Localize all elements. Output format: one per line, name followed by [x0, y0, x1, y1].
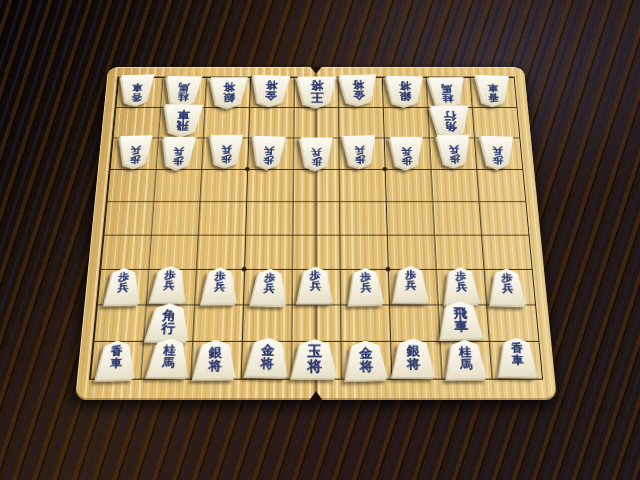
piece-silver-sente[interactable]: 銀将 [391, 338, 436, 377]
square-9b[interactable] [113, 107, 160, 138]
wooden-table: { "game": "shogi", "scene": "Folding tra… [0, 0, 640, 480]
square-4g[interactable]: 歩兵 [340, 269, 389, 304]
piece-kanji: 馬 [441, 84, 453, 94]
piece-kanji: 銀 [223, 93, 235, 104]
piece-kanji: 将 [407, 357, 421, 370]
square-9f[interactable] [100, 235, 150, 269]
square-6a[interactable]: 金将 [249, 77, 294, 107]
square-6b[interactable] [248, 107, 293, 138]
piece-kanji: 香 [132, 92, 143, 102]
piece-rook-sente[interactable]: 飛車 [438, 301, 484, 339]
square-8c[interactable]: 歩兵 [156, 138, 203, 169]
square-1i[interactable]: 香車 [489, 341, 542, 379]
piece-kanji: 行 [443, 110, 456, 121]
piece-pawn-sente[interactable]: 歩兵 [392, 266, 430, 302]
shogi-board: 香車桂馬銀将金将王将金将銀将桂馬香車飛車角行歩兵歩兵歩兵歩兵歩兵歩兵歩兵歩兵歩兵… [75, 67, 557, 400]
square-3f[interactable] [387, 235, 436, 269]
square-5b[interactable] [293, 107, 338, 138]
square-9c[interactable]: 歩兵 [110, 138, 158, 169]
square-6g[interactable]: 歩兵 [243, 269, 292, 304]
square-4i[interactable]: 金将 [341, 341, 392, 379]
piece-kanji: 車 [132, 83, 143, 92]
piece-lance-gote[interactable]: 香車 [119, 75, 156, 106]
piece-pawn-sente[interactable]: 歩兵 [251, 269, 288, 305]
piece-lance-sente[interactable]: 香車 [95, 341, 138, 380]
square-1c[interactable]: 歩兵 [474, 138, 522, 169]
piece-silver-gote[interactable]: 銀将 [209, 77, 249, 108]
piece-kanji: 車 [511, 354, 523, 366]
piece-pawn-gote[interactable]: 歩兵 [342, 135, 377, 167]
piece-lance-gote[interactable]: 香車 [474, 75, 511, 106]
square-3g[interactable]: 歩兵 [388, 269, 438, 304]
square-7h[interactable] [192, 305, 243, 342]
piece-pawn-sente[interactable]: 歩兵 [488, 269, 527, 305]
piece-pawn-gote[interactable]: 歩兵 [252, 136, 287, 168]
square-7g[interactable]: 歩兵 [194, 269, 244, 304]
square-1b[interactable] [472, 107, 519, 138]
square-2b[interactable]: 角行 [427, 107, 474, 138]
square-5f[interactable] [292, 235, 340, 269]
piece-kanji: 兵 [449, 144, 460, 153]
square-8e[interactable] [151, 201, 200, 234]
piece-pawn-sente[interactable]: 歩兵 [347, 268, 384, 304]
square-4d[interactable] [339, 169, 386, 201]
square-9g[interactable]: 歩兵 [97, 269, 148, 304]
square-4b[interactable] [338, 107, 384, 138]
piece-silver-sente[interactable]: 銀将 [193, 340, 238, 379]
piece-pawn-sente[interactable]: 歩兵 [150, 266, 188, 302]
piece-pawn-gote[interactable]: 歩兵 [117, 135, 154, 167]
square-2c[interactable]: 歩兵 [429, 138, 476, 169]
piece-pawn-gote[interactable]: 歩兵 [208, 135, 243, 167]
piece-kanji: 桂 [163, 344, 176, 356]
piece-kanji: 行 [161, 322, 176, 336]
square-8f[interactable] [148, 235, 198, 269]
square-1a[interactable]: 香車 [470, 77, 517, 107]
piece-kanji: 金 [353, 90, 365, 101]
piece-pawn-sente[interactable]: 歩兵 [442, 267, 481, 303]
square-9i[interactable]: 香車 [90, 341, 143, 379]
piece-lance-sente[interactable]: 香車 [496, 338, 539, 377]
piece-kanji: 将 [307, 360, 322, 375]
square-5e[interactable] [292, 201, 339, 234]
square-1e[interactable] [479, 201, 529, 234]
piece-kanji: 兵 [360, 283, 372, 294]
square-3e[interactable] [386, 201, 434, 234]
piece-kanji: 兵 [214, 282, 225, 293]
piece-kanji: 桂 [458, 345, 471, 357]
board-grid: 香車桂馬銀将金将王将金将銀将桂馬香車飛車角行歩兵歩兵歩兵歩兵歩兵歩兵歩兵歩兵歩兵… [89, 77, 543, 380]
piece-knight-gote[interactable]: 桂馬 [427, 77, 466, 108]
piece-kanji: 馬 [459, 357, 472, 369]
square-8h[interactable]: 角行 [143, 305, 194, 342]
piece-kanji: 銀 [399, 92, 411, 103]
piece-knight-sente[interactable]: 桂馬 [443, 340, 487, 379]
piece-kanji: 将 [260, 356, 274, 370]
piece-kanji: 兵 [118, 283, 130, 294]
piece-bishop-gote[interactable]: 角行 [430, 106, 472, 137]
square-1d[interactable] [476, 169, 525, 201]
square-5g[interactable]: 歩兵 [292, 269, 341, 304]
piece-pawn-gote[interactable]: 歩兵 [389, 137, 424, 169]
square-1h[interactable] [486, 305, 538, 342]
piece-pawn-gote[interactable]: 歩兵 [299, 137, 333, 169]
scene: 香車桂馬銀将金将王将金将銀将桂馬香車飛車角行歩兵歩兵歩兵歩兵歩兵歩兵歩兵歩兵歩兵… [0, 0, 640, 480]
square-2e[interactable] [432, 201, 481, 234]
piece-king-gote[interactable]: 王将 [296, 76, 338, 107]
square-9h[interactable] [94, 305, 146, 342]
piece-kanji: 将 [265, 81, 277, 92]
piece-pawn-sente[interactable]: 歩兵 [200, 267, 238, 303]
piece-kanji: 将 [360, 359, 374, 373]
piece-kanji: 兵 [406, 281, 417, 292]
square-1g[interactable]: 歩兵 [484, 269, 535, 304]
piece-kanji: 兵 [311, 147, 321, 156]
piece-kanji: 銀 [209, 345, 223, 358]
piece-gold-gote[interactable]: 金将 [251, 75, 291, 106]
piece-kanji: 車 [110, 357, 122, 369]
square-9e[interactable] [104, 201, 154, 234]
square-7b[interactable] [203, 107, 249, 138]
piece-kanji: 将 [223, 82, 235, 93]
square-3a[interactable]: 銀将 [382, 77, 427, 107]
square-6f[interactable] [244, 235, 292, 269]
piece-kanji: 将 [209, 358, 223, 371]
piece-kanji: 桂 [442, 94, 454, 104]
square-4a[interactable]: 金将 [338, 77, 383, 107]
square-3b[interactable] [383, 107, 429, 138]
square-9d[interactable] [107, 169, 156, 201]
piece-kanji: 兵 [173, 146, 184, 156]
piece-rook-gote[interactable]: 飛車 [162, 104, 204, 135]
square-2a[interactable]: 桂馬 [426, 77, 472, 107]
square-4e[interactable] [339, 201, 387, 234]
square-8a[interactable]: 桂馬 [160, 77, 206, 107]
piece-kanji: 将 [311, 79, 324, 91]
piece-kanji: 兵 [502, 283, 514, 294]
square-7d[interactable] [200, 169, 248, 201]
square-5c[interactable]: 歩兵 [293, 138, 339, 169]
square-8g[interactable]: 歩兵 [146, 269, 197, 304]
piece-kanji: 車 [487, 83, 498, 92]
piece-kanji: 兵 [163, 281, 175, 292]
piece-pawn-sente[interactable]: 歩兵 [104, 268, 143, 304]
piece-kanji: 将 [353, 80, 365, 91]
piece-kanji: 銀 [407, 344, 421, 357]
piece-kanji: 馬 [178, 83, 190, 93]
piece-kanji: 角 [444, 121, 457, 132]
square-3i[interactable]: 銀将 [390, 341, 441, 379]
piece-kanji: 兵 [354, 145, 365, 155]
piece-kanji: 兵 [264, 145, 275, 155]
square-3h[interactable] [389, 305, 440, 342]
piece-kanji: 兵 [264, 283, 275, 294]
square-6i[interactable]: 金将 [241, 341, 292, 379]
square-4c[interactable]: 歩兵 [339, 138, 385, 169]
square-8d[interactable] [153, 169, 201, 201]
square-7e[interactable] [198, 201, 246, 234]
square-5a[interactable]: 王将 [294, 77, 339, 107]
piece-kanji: 香 [488, 92, 499, 102]
piece-knight-sente[interactable]: 桂馬 [146, 338, 190, 377]
piece-kanji: 王 [311, 91, 324, 103]
piece-pawn-sente[interactable]: 歩兵 [297, 267, 333, 303]
piece-kanji: 兵 [131, 145, 142, 155]
square-5i[interactable]: 玉将 [291, 341, 341, 379]
square-2d[interactable] [431, 169, 479, 201]
square-7c[interactable]: 歩兵 [201, 138, 248, 169]
piece-silver-gote[interactable]: 銀将 [385, 76, 425, 107]
piece-kanji: 桂 [177, 92, 189, 102]
square-6c[interactable]: 歩兵 [247, 138, 293, 169]
square-2i[interactable]: 桂馬 [440, 341, 492, 379]
piece-kanji: 金 [265, 91, 277, 102]
piece-gold-sente[interactable]: 金将 [344, 341, 389, 380]
square-7f[interactable] [196, 235, 245, 269]
piece-knight-gote[interactable]: 桂馬 [164, 76, 203, 107]
square-5h[interactable] [291, 305, 340, 342]
square-4h[interactable] [340, 305, 390, 342]
piece-kanji: 車 [454, 320, 469, 334]
piece-kanji: 兵 [456, 282, 468, 293]
hoshi-dot [385, 267, 390, 271]
piece-kanji: 兵 [402, 146, 413, 156]
piece-kanji: 兵 [310, 281, 321, 292]
square-2f[interactable] [434, 235, 484, 269]
square-3d[interactable] [385, 169, 433, 201]
piece-kanji: 将 [399, 81, 411, 92]
square-2g[interactable]: 歩兵 [436, 269, 487, 304]
piece-kanji: 車 [177, 109, 190, 120]
piece-pawn-gote[interactable]: 歩兵 [479, 136, 516, 168]
piece-pawn-gote[interactable]: 歩兵 [436, 135, 472, 167]
square-7a[interactable]: 銀将 [205, 77, 250, 107]
square-5d[interactable] [293, 169, 340, 201]
piece-gold-gote[interactable]: 金将 [339, 75, 378, 106]
piece-kanji: 馬 [162, 356, 175, 368]
piece-kanji: 飛 [176, 120, 189, 131]
hoshi-dot [382, 167, 387, 171]
square-3c[interactable]: 歩兵 [384, 138, 431, 169]
piece-kanji: 兵 [221, 144, 232, 153]
piece-bishop-sente[interactable]: 角行 [145, 303, 191, 341]
square-7i[interactable]: 銀将 [190, 341, 241, 379]
piece-gold-sente[interactable]: 金将 [245, 338, 290, 377]
piece-kanji: 兵 [492, 145, 503, 155]
piece-king-sente[interactable]: 玉将 [291, 339, 338, 378]
square-6d[interactable] [246, 169, 293, 201]
square-6e[interactable] [245, 201, 293, 234]
square-4f[interactable] [340, 235, 388, 269]
square-8b[interactable]: 飛車 [158, 107, 205, 138]
square-1f[interactable] [481, 235, 531, 269]
piece-pawn-gote[interactable]: 歩兵 [161, 137, 197, 169]
square-9a[interactable]: 香車 [116, 77, 163, 107]
square-2h[interactable]: 飛車 [438, 305, 489, 342]
square-6h[interactable] [242, 305, 292, 342]
square-8i[interactable]: 桂馬 [140, 341, 192, 379]
